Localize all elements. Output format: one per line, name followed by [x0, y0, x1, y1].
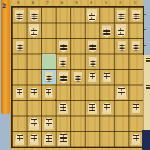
piece-gote-silver[interactable] — [58, 71, 69, 83]
piece-kanji-top — [60, 48, 66, 51]
piece-kanji-top — [17, 47, 22, 50]
piece-kanji-bottom — [119, 44, 124, 47]
piece-kanji-top — [119, 17, 125, 20]
piece-kanji-top — [90, 63, 95, 66]
piece-kanji-bottom — [118, 28, 125, 31]
piece-face — [88, 72, 98, 83]
piece-kanji-bottom — [46, 138, 52, 141]
piece-sente-pawn[interactable] — [88, 72, 98, 83]
piece-kanji-bottom — [31, 138, 37, 141]
piece-face — [58, 71, 69, 83]
rank-label-1 — [144, 14, 147, 15]
last-move-from-square[interactable] — [42, 54, 56, 69]
piece-kanji-bottom — [31, 28, 38, 31]
file-label-6: 6 — [61, 1, 64, 5]
piece-kanji-bottom — [31, 13, 37, 16]
ui-corner-button[interactable] — [142, 130, 150, 150]
piece-kanji-bottom — [46, 123, 52, 126]
piece-gote-pawn[interactable] — [88, 57, 98, 68]
piece-sente-pawn[interactable] — [131, 103, 141, 114]
piece-kanji-bottom — [60, 44, 66, 47]
piece-kanji-bottom — [90, 76, 95, 79]
piece-face — [43, 133, 54, 145]
piece-face — [86, 9, 98, 22]
piece-face — [131, 10, 142, 22]
piece-face — [73, 72, 83, 83]
sente-captured-tray[interactable] — [143, 55, 150, 130]
gote-hand-count-label: 2 — [2, 2, 6, 9]
piece-face — [29, 88, 39, 99]
piece-face — [117, 41, 127, 52]
piece-face — [116, 10, 127, 22]
piece-kanji-bottom — [118, 92, 125, 95]
piece-kanji-top — [133, 17, 139, 20]
star-point — [55, 99, 57, 101]
piece-gote-knight[interactable] — [116, 10, 127, 22]
piece-gote-gold[interactable] — [87, 40, 98, 52]
gote-captured-tray[interactable] — [1, 0, 10, 114]
piece-kanji-bottom — [31, 92, 36, 95]
piece-kanji-bottom — [104, 76, 109, 79]
board-grid[interactable] — [11, 6, 144, 148]
piece-face — [88, 57, 98, 68]
piece-face — [44, 88, 54, 99]
piece-gote-rook[interactable] — [28, 24, 40, 37]
piece-sente-knight[interactable] — [102, 103, 113, 115]
piece-gote-pawn[interactable] — [117, 41, 127, 52]
piece-kanji-bottom — [17, 13, 23, 16]
piece-sente-pawn[interactable] — [44, 88, 54, 99]
piece-gote-gold[interactable] — [101, 25, 112, 37]
piece-kanji-top — [118, 32, 125, 35]
file-label-1: 1 — [134, 1, 137, 5]
piece-kanji-bottom — [31, 123, 38, 126]
piece-kanji-top — [46, 78, 51, 81]
piece-sente-gold[interactable] — [43, 118, 54, 130]
piece-sente-pawn[interactable] — [102, 72, 112, 83]
piece-face — [57, 133, 69, 146]
star-point — [99, 99, 101, 101]
piece-face — [131, 103, 141, 114]
shogi-app-screen: 987654321 2 — [0, 0, 150, 150]
piece-kanji-bottom — [60, 75, 66, 78]
piece-kanji-top — [89, 17, 96, 20]
piece-face — [15, 41, 25, 52]
piece-kanji-top — [89, 48, 95, 51]
piece-face — [29, 134, 40, 146]
file-label-5: 5 — [75, 1, 78, 5]
piece-gote-pawn[interactable] — [58, 57, 68, 68]
piece-kanji-bottom — [89, 13, 96, 16]
piece-face — [87, 40, 98, 52]
piece-kanji-top — [133, 47, 138, 50]
piece-kanji-bottom — [104, 107, 110, 110]
piece-kanji-bottom — [90, 60, 95, 63]
piece-face — [44, 72, 54, 83]
piece-kanji-bottom — [133, 107, 138, 110]
piece-sente-lance[interactable] — [131, 134, 142, 146]
piece-kanji-top — [119, 47, 124, 50]
file-label-8: 8 — [32, 1, 35, 5]
piece-face — [58, 40, 69, 52]
piece-kanji-top — [104, 32, 110, 35]
piece-kanji-bottom — [61, 60, 66, 63]
file-label-4: 4 — [90, 1, 93, 5]
piece-kanji-top — [17, 17, 23, 20]
piece-sente-silver[interactable] — [43, 133, 54, 145]
piece-gote-pawn[interactable] — [15, 41, 25, 52]
piece-gote-bishop[interactable] — [115, 24, 127, 37]
piece-face — [58, 102, 69, 114]
piece-kanji-bottom — [89, 107, 95, 110]
piece-kanji-bottom — [133, 44, 138, 47]
piece-kanji-bottom — [119, 13, 125, 16]
piece-kanji-top — [31, 32, 38, 35]
piece-sente-rook[interactable] — [115, 86, 127, 99]
piece-sente-gold[interactable] — [58, 102, 69, 114]
piece-face — [58, 57, 68, 68]
piece-face — [101, 25, 112, 37]
piece-kanji-top — [60, 79, 66, 82]
file-label-3: 3 — [104, 1, 107, 5]
piece-sente-king[interactable] — [57, 133, 69, 146]
file-label-2: 2 — [119, 1, 122, 5]
piece-face — [28, 24, 40, 37]
sente-hand-mark — [146, 85, 150, 90]
piece-sente-silver[interactable] — [87, 102, 98, 114]
piece-kanji-top — [31, 17, 37, 20]
file-label-7: 7 — [46, 1, 49, 5]
piece-face — [102, 103, 113, 115]
piece-face — [102, 72, 112, 83]
piece-gote-pawn[interactable] — [73, 72, 83, 83]
piece-kanji-bottom — [104, 28, 110, 31]
piece-sente-knight[interactable] — [29, 134, 40, 146]
piece-face — [29, 10, 40, 22]
piece-gote-silver[interactable] — [58, 40, 69, 52]
piece-kanji-bottom — [46, 92, 51, 95]
piece-face — [87, 102, 98, 114]
piece-sente-bishop[interactable] — [28, 117, 40, 130]
piece-kanji-bottom — [60, 107, 66, 110]
piece-face — [115, 24, 127, 37]
piece-kanji-bottom — [133, 13, 139, 16]
piece-gote-knight[interactable] — [29, 10, 40, 22]
piece-gote-king[interactable] — [86, 9, 98, 22]
piece-sente-pawn[interactable] — [29, 88, 39, 99]
piece-face — [131, 134, 142, 146]
piece-sente-pawn[interactable] — [15, 88, 25, 99]
piece-kanji-bottom — [75, 75, 80, 78]
piece-face — [14, 10, 25, 22]
file-label-9: 9 — [17, 1, 20, 5]
piece-kanji-bottom — [133, 138, 139, 141]
piece-face — [15, 88, 25, 99]
star-point — [99, 53, 101, 55]
piece-gote-lance[interactable] — [131, 10, 142, 22]
piece-face — [115, 86, 127, 99]
piece-kanji-bottom — [17, 92, 22, 95]
piece-kanji-bottom — [17, 44, 22, 47]
piece-face — [43, 118, 54, 130]
piece-kanji-bottom — [89, 44, 95, 47]
piece-face — [28, 117, 40, 130]
piece-face — [14, 134, 25, 146]
piece-kanji-bottom — [17, 138, 23, 141]
piece-kanji-bottom — [60, 138, 67, 141]
piece-face — [131, 41, 141, 52]
piece-sente-lance[interactable] — [14, 134, 25, 146]
piece-gote-lance[interactable] — [14, 10, 25, 22]
piece-gote-pawn[interactable] — [44, 72, 54, 83]
piece-gote-pawn[interactable] — [131, 41, 141, 52]
rank-label-3 — [144, 45, 147, 46]
piece-kanji-bottom — [46, 75, 51, 78]
piece-kanji-top — [75, 78, 80, 81]
piece-kanji-top — [61, 63, 66, 66]
rank-label-2 — [144, 29, 147, 30]
sente-hand-mark — [146, 58, 150, 63]
